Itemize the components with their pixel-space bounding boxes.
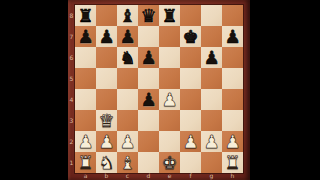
piece-wP-e4: ♟ [159, 89, 180, 110]
square-f1[interactable] [180, 152, 201, 173]
square-h3[interactable] [222, 110, 243, 131]
rank-label-2: 2 [68, 131, 75, 152]
square-d5[interactable] [138, 68, 159, 89]
rank-label-1: 1 [68, 152, 75, 173]
square-b3[interactable]: ♛ [96, 110, 117, 131]
file-label-c: c [117, 172, 138, 180]
square-h2[interactable]: ♟ [222, 131, 243, 152]
piece-wR-a1: ♜ [75, 152, 96, 173]
rank-label-5: 5 [68, 68, 75, 89]
rank-label-3: 3 [68, 110, 75, 131]
square-a4[interactable] [75, 89, 96, 110]
chess-board[interactable]: ♜♝♛♜♟♟♟♚♟♞♟♟♟♟♛♟♟♟♟♟♟♜♞♝♚♜ [75, 5, 243, 173]
piece-bP-b7: ♟ [96, 26, 117, 47]
square-c4[interactable] [117, 89, 138, 110]
piece-bB-c8: ♝ [117, 5, 138, 26]
square-a3[interactable] [75, 110, 96, 131]
square-f3[interactable] [180, 110, 201, 131]
square-e4[interactable]: ♟ [159, 89, 180, 110]
square-f2[interactable]: ♟ [180, 131, 201, 152]
square-c7[interactable]: ♟ [117, 26, 138, 47]
square-a6[interactable] [75, 47, 96, 68]
square-g2[interactable]: ♟ [201, 131, 222, 152]
piece-bP-h7: ♟ [222, 26, 243, 47]
square-c5[interactable] [117, 68, 138, 89]
square-e1[interactable]: ♚ [159, 152, 180, 173]
square-e5[interactable] [159, 68, 180, 89]
rank-label-4: 4 [68, 89, 75, 110]
square-g6[interactable]: ♟ [201, 47, 222, 68]
rank-label-6: 6 [68, 47, 75, 68]
piece-wP-c2: ♟ [117, 131, 138, 152]
square-d4[interactable]: ♟ [138, 89, 159, 110]
piece-wQ-b3: ♛ [96, 110, 117, 131]
square-e3[interactable] [159, 110, 180, 131]
square-h5[interactable] [222, 68, 243, 89]
square-d6[interactable]: ♟ [138, 47, 159, 68]
square-a7[interactable]: ♟ [75, 26, 96, 47]
square-a5[interactable] [75, 68, 96, 89]
file-label-b: b [96, 172, 117, 180]
piece-wP-g2: ♟ [201, 131, 222, 152]
file-label-e: e [159, 172, 180, 180]
square-a2[interactable]: ♟ [75, 131, 96, 152]
square-g7[interactable] [201, 26, 222, 47]
square-d1[interactable] [138, 152, 159, 173]
file-label-f: f [180, 172, 201, 180]
square-h1[interactable]: ♜ [222, 152, 243, 173]
square-g8[interactable] [201, 5, 222, 26]
rank-label-7: 7 [68, 26, 75, 47]
square-c6[interactable]: ♞ [117, 47, 138, 68]
square-b4[interactable] [96, 89, 117, 110]
square-b1[interactable]: ♞ [96, 152, 117, 173]
piece-bP-g6: ♟ [201, 47, 222, 68]
file-label-a: a [75, 172, 96, 180]
piece-wP-a2: ♟ [75, 131, 96, 152]
square-c3[interactable] [117, 110, 138, 131]
square-d8[interactable]: ♛ [138, 5, 159, 26]
square-f4[interactable] [180, 89, 201, 110]
square-e7[interactable] [159, 26, 180, 47]
piece-bQ-d8: ♛ [138, 5, 159, 26]
square-g1[interactable] [201, 152, 222, 173]
square-f6[interactable] [180, 47, 201, 68]
square-e2[interactable] [159, 131, 180, 152]
piece-wP-f2: ♟ [180, 131, 201, 152]
square-a1[interactable]: ♜ [75, 152, 96, 173]
square-b6[interactable] [96, 47, 117, 68]
square-a8[interactable]: ♜ [75, 5, 96, 26]
square-d7[interactable] [138, 26, 159, 47]
square-e6[interactable] [159, 47, 180, 68]
piece-bP-d4: ♟ [138, 89, 159, 110]
piece-wB-c1: ♝ [117, 152, 138, 173]
piece-bP-c7: ♟ [117, 26, 138, 47]
square-h6[interactable] [222, 47, 243, 68]
square-b5[interactable] [96, 68, 117, 89]
square-d2[interactable] [138, 131, 159, 152]
file-label-g: g [201, 172, 222, 180]
piece-bK-f7: ♚ [180, 26, 201, 47]
piece-wR-h1: ♜ [222, 152, 243, 173]
square-b8[interactable] [96, 5, 117, 26]
square-c2[interactable]: ♟ [117, 131, 138, 152]
piece-bR-a8: ♜ [75, 5, 96, 26]
square-g3[interactable] [201, 110, 222, 131]
piece-bR-e8: ♜ [159, 5, 180, 26]
square-d3[interactable] [138, 110, 159, 131]
square-h4[interactable] [222, 89, 243, 110]
chess-board-frame: ♜♝♛♜♟♟♟♚♟♞♟♟♟♟♛♟♟♟♟♟♟♜♞♝♚♜ 87654321 abcd… [68, 0, 250, 180]
screenshot-stage: ♜♝♛♜♟♟♟♚♟♞♟♟♟♟♛♟♟♟♟♟♟♜♞♝♚♜ 87654321 abcd… [0, 0, 320, 180]
piece-wK-e1: ♚ [159, 152, 180, 173]
square-f7[interactable]: ♚ [180, 26, 201, 47]
square-h7[interactable]: ♟ [222, 26, 243, 47]
square-f5[interactable] [180, 68, 201, 89]
file-label-h: h [222, 172, 243, 180]
square-c1[interactable]: ♝ [117, 152, 138, 173]
square-e8[interactable]: ♜ [159, 5, 180, 26]
square-g5[interactable] [201, 68, 222, 89]
square-b7[interactable]: ♟ [96, 26, 117, 47]
square-g4[interactable] [201, 89, 222, 110]
rank-label-8: 8 [68, 5, 75, 26]
piece-wP-h2: ♟ [222, 131, 243, 152]
piece-bP-d6: ♟ [138, 47, 159, 68]
piece-bP-a7: ♟ [75, 26, 96, 47]
square-f8[interactable] [180, 5, 201, 26]
piece-wN-b1: ♞ [96, 152, 117, 173]
piece-wP-b2: ♟ [96, 131, 117, 152]
square-b2[interactable]: ♟ [96, 131, 117, 152]
square-c8[interactable]: ♝ [117, 5, 138, 26]
piece-bN-c6: ♞ [117, 47, 138, 68]
square-h8[interactable] [222, 5, 243, 26]
file-label-d: d [138, 172, 159, 180]
